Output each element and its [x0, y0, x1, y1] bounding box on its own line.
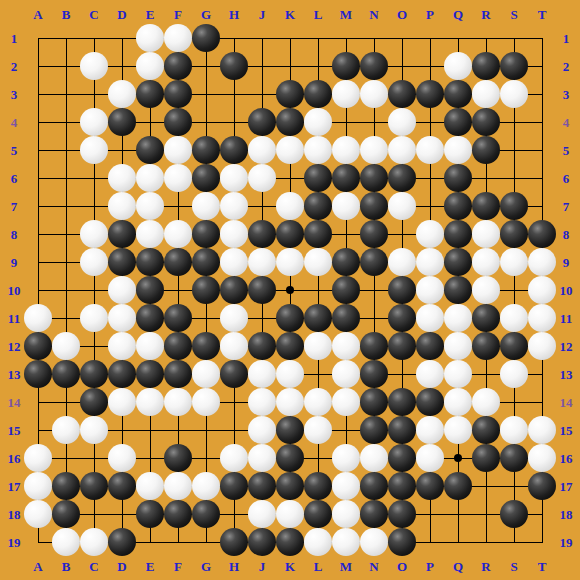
black-stone — [472, 444, 500, 472]
black-stone — [388, 472, 416, 500]
black-stone — [136, 500, 164, 528]
white-stone — [528, 248, 556, 276]
black-stone — [276, 472, 304, 500]
white-stone — [248, 164, 276, 192]
row-label-left: 3 — [11, 88, 18, 101]
black-stone — [164, 108, 192, 136]
col-label-top: A — [33, 8, 42, 21]
row-label-left: 14 — [8, 396, 21, 409]
white-stone — [444, 136, 472, 164]
black-stone — [360, 416, 388, 444]
black-stone — [444, 192, 472, 220]
white-stone — [304, 108, 332, 136]
white-stone — [248, 248, 276, 276]
black-stone — [444, 80, 472, 108]
white-stone — [164, 220, 192, 248]
white-stone — [332, 528, 360, 556]
black-stone — [388, 332, 416, 360]
white-stone — [248, 500, 276, 528]
col-label-top: N — [369, 8, 378, 21]
col-label-top: Q — [453, 8, 463, 21]
col-label-bottom: T — [538, 560, 547, 573]
black-stone — [248, 276, 276, 304]
white-stone — [332, 192, 360, 220]
black-stone — [444, 164, 472, 192]
black-stone — [276, 332, 304, 360]
white-stone — [304, 528, 332, 556]
col-label-bottom: P — [426, 560, 434, 573]
black-stone — [416, 80, 444, 108]
black-stone — [388, 388, 416, 416]
white-stone — [276, 248, 304, 276]
col-label-top: K — [285, 8, 295, 21]
white-stone — [444, 332, 472, 360]
black-stone — [528, 220, 556, 248]
white-stone — [108, 164, 136, 192]
col-label-bottom: N — [369, 560, 378, 573]
row-label-left: 9 — [11, 256, 18, 269]
white-stone — [164, 164, 192, 192]
row-label-left: 19 — [8, 536, 21, 549]
white-stone — [24, 500, 52, 528]
black-stone — [192, 248, 220, 276]
white-stone — [360, 136, 388, 164]
black-stone — [108, 360, 136, 388]
col-label-top: T — [538, 8, 547, 21]
white-stone — [444, 304, 472, 332]
row-label-right: 17 — [560, 480, 573, 493]
white-stone — [528, 276, 556, 304]
white-stone — [80, 220, 108, 248]
col-label-top: D — [117, 8, 126, 21]
black-stone — [444, 108, 472, 136]
black-stone — [220, 52, 248, 80]
black-stone — [304, 164, 332, 192]
black-stone — [136, 360, 164, 388]
row-label-left: 5 — [11, 144, 18, 157]
black-stone — [332, 304, 360, 332]
black-stone — [416, 472, 444, 500]
white-stone — [220, 332, 248, 360]
black-stone — [276, 528, 304, 556]
white-stone — [136, 388, 164, 416]
black-stone — [388, 304, 416, 332]
black-stone — [164, 52, 192, 80]
black-stone — [472, 332, 500, 360]
black-stone — [164, 360, 192, 388]
white-stone — [80, 136, 108, 164]
white-stone — [416, 360, 444, 388]
row-label-right: 16 — [560, 452, 573, 465]
black-stone — [472, 192, 500, 220]
white-stone — [136, 52, 164, 80]
white-stone — [108, 444, 136, 472]
black-stone — [164, 304, 192, 332]
white-stone — [332, 388, 360, 416]
white-stone — [220, 220, 248, 248]
black-stone — [192, 500, 220, 528]
row-label-right: 11 — [560, 312, 572, 325]
white-stone — [164, 136, 192, 164]
white-stone — [416, 136, 444, 164]
white-stone — [24, 304, 52, 332]
row-label-right: 6 — [563, 172, 570, 185]
black-stone — [192, 136, 220, 164]
black-stone — [276, 108, 304, 136]
black-stone — [276, 220, 304, 248]
white-stone — [220, 444, 248, 472]
black-stone — [192, 332, 220, 360]
black-stone — [388, 164, 416, 192]
white-stone — [416, 248, 444, 276]
black-stone — [220, 528, 248, 556]
black-stone — [528, 472, 556, 500]
black-stone — [304, 304, 332, 332]
white-stone — [416, 276, 444, 304]
white-stone — [444, 388, 472, 416]
black-stone — [136, 276, 164, 304]
black-stone — [332, 164, 360, 192]
black-stone — [164, 500, 192, 528]
white-stone — [136, 220, 164, 248]
white-stone — [304, 388, 332, 416]
row-label-right: 3 — [563, 88, 570, 101]
black-stone — [108, 220, 136, 248]
black-stone — [248, 220, 276, 248]
white-stone — [500, 248, 528, 276]
black-stone — [360, 500, 388, 528]
black-stone — [360, 388, 388, 416]
black-stone — [416, 332, 444, 360]
black-stone — [164, 332, 192, 360]
white-stone — [164, 24, 192, 52]
black-stone — [500, 192, 528, 220]
black-stone — [52, 472, 80, 500]
white-stone — [220, 192, 248, 220]
white-stone — [108, 304, 136, 332]
row-label-left: 10 — [8, 284, 21, 297]
white-stone — [24, 472, 52, 500]
white-stone — [108, 192, 136, 220]
black-stone — [472, 136, 500, 164]
white-stone — [248, 360, 276, 388]
black-stone — [472, 108, 500, 136]
col-label-bottom: H — [229, 560, 239, 573]
col-label-bottom: L — [314, 560, 323, 573]
white-stone — [472, 248, 500, 276]
col-label-top: M — [340, 8, 352, 21]
white-stone — [248, 136, 276, 164]
col-label-bottom: K — [285, 560, 295, 573]
black-stone — [388, 444, 416, 472]
white-stone — [164, 472, 192, 500]
black-stone — [388, 528, 416, 556]
black-stone — [192, 276, 220, 304]
white-stone — [276, 192, 304, 220]
black-stone — [500, 332, 528, 360]
black-stone — [360, 332, 388, 360]
white-stone — [192, 192, 220, 220]
black-stone — [108, 472, 136, 500]
black-stone — [276, 444, 304, 472]
black-stone — [444, 472, 472, 500]
black-stone — [276, 304, 304, 332]
black-stone — [220, 360, 248, 388]
white-stone — [444, 416, 472, 444]
white-stone — [388, 192, 416, 220]
black-stone — [136, 80, 164, 108]
white-stone — [360, 528, 388, 556]
row-label-left: 7 — [11, 200, 18, 213]
black-stone — [360, 220, 388, 248]
white-stone — [52, 416, 80, 444]
white-stone — [276, 360, 304, 388]
white-stone — [108, 332, 136, 360]
white-stone — [304, 416, 332, 444]
col-label-bottom: A — [33, 560, 42, 573]
white-stone — [500, 80, 528, 108]
col-label-bottom: F — [174, 560, 182, 573]
white-stone — [332, 332, 360, 360]
white-stone — [248, 444, 276, 472]
black-stone — [360, 52, 388, 80]
row-label-left: 17 — [8, 480, 21, 493]
row-label-left: 1 — [11, 32, 18, 45]
row-label-left: 4 — [11, 116, 18, 129]
black-stone — [360, 192, 388, 220]
white-stone — [416, 416, 444, 444]
white-stone — [360, 444, 388, 472]
white-stone — [192, 360, 220, 388]
row-label-right: 14 — [560, 396, 573, 409]
white-stone — [444, 360, 472, 388]
col-label-bottom: G — [201, 560, 211, 573]
black-stone — [304, 472, 332, 500]
white-stone — [276, 136, 304, 164]
white-stone — [360, 80, 388, 108]
col-label-bottom: O — [397, 560, 407, 573]
white-stone — [108, 276, 136, 304]
white-stone — [388, 136, 416, 164]
black-stone — [248, 472, 276, 500]
row-label-right: 15 — [560, 424, 573, 437]
row-label-left: 13 — [8, 368, 21, 381]
black-stone — [192, 164, 220, 192]
col-label-top: E — [146, 8, 155, 21]
white-stone — [472, 80, 500, 108]
white-stone — [528, 444, 556, 472]
col-label-top: G — [201, 8, 211, 21]
black-stone — [500, 444, 528, 472]
white-stone — [136, 332, 164, 360]
col-label-top: F — [174, 8, 182, 21]
white-stone — [220, 164, 248, 192]
row-label-right: 1 — [563, 32, 570, 45]
black-stone — [220, 276, 248, 304]
white-stone — [528, 332, 556, 360]
white-stone — [80, 304, 108, 332]
black-stone — [304, 500, 332, 528]
black-stone — [304, 220, 332, 248]
black-stone — [192, 220, 220, 248]
black-stone — [52, 360, 80, 388]
white-stone — [248, 416, 276, 444]
col-label-bottom: M — [340, 560, 352, 573]
white-stone — [332, 136, 360, 164]
row-label-right: 9 — [563, 256, 570, 269]
black-stone — [220, 136, 248, 164]
white-stone — [528, 304, 556, 332]
black-stone — [80, 360, 108, 388]
black-stone — [444, 276, 472, 304]
white-stone — [220, 304, 248, 332]
white-stone — [80, 248, 108, 276]
black-stone — [444, 248, 472, 276]
black-stone — [136, 136, 164, 164]
go-board[interactable]: AABBCCDDEEFFGGHHJJKKLLMMNNOOPPQQRRSSTT11… — [0, 0, 580, 580]
col-label-bottom: B — [62, 560, 71, 573]
star-point-marker — [454, 454, 462, 462]
black-stone — [24, 360, 52, 388]
black-stone — [388, 416, 416, 444]
black-stone — [304, 192, 332, 220]
row-label-right: 2 — [563, 60, 570, 73]
row-label-right: 19 — [560, 536, 573, 549]
black-stone — [80, 388, 108, 416]
black-stone — [416, 388, 444, 416]
black-stone — [248, 528, 276, 556]
white-stone — [416, 220, 444, 248]
col-label-bottom: C — [89, 560, 98, 573]
row-label-left: 11 — [8, 312, 20, 325]
black-stone — [24, 332, 52, 360]
white-stone — [136, 472, 164, 500]
white-stone — [500, 304, 528, 332]
row-label-left: 12 — [8, 340, 21, 353]
col-label-top: P — [426, 8, 434, 21]
black-stone — [220, 472, 248, 500]
black-stone — [444, 220, 472, 248]
white-stone — [304, 332, 332, 360]
white-stone — [472, 220, 500, 248]
white-stone — [500, 360, 528, 388]
white-stone — [444, 52, 472, 80]
white-stone — [332, 444, 360, 472]
col-label-top: B — [62, 8, 71, 21]
black-stone — [136, 248, 164, 276]
row-label-left: 15 — [8, 424, 21, 437]
white-stone — [416, 444, 444, 472]
white-stone — [528, 416, 556, 444]
col-label-top: L — [314, 8, 323, 21]
black-stone — [108, 108, 136, 136]
black-stone — [472, 304, 500, 332]
white-stone — [276, 388, 304, 416]
white-stone — [304, 248, 332, 276]
black-stone — [276, 80, 304, 108]
white-stone — [332, 472, 360, 500]
black-stone — [52, 500, 80, 528]
white-stone — [248, 388, 276, 416]
row-label-right: 18 — [560, 508, 573, 521]
black-stone — [332, 52, 360, 80]
black-stone — [304, 80, 332, 108]
black-stone — [360, 360, 388, 388]
white-stone — [24, 444, 52, 472]
star-point-marker — [286, 286, 294, 294]
white-stone — [80, 528, 108, 556]
black-stone — [248, 332, 276, 360]
black-stone — [360, 472, 388, 500]
white-stone — [108, 388, 136, 416]
white-stone — [416, 304, 444, 332]
white-stone — [388, 108, 416, 136]
black-stone — [164, 248, 192, 276]
white-stone — [388, 248, 416, 276]
row-label-right: 8 — [563, 228, 570, 241]
white-stone — [52, 528, 80, 556]
col-label-top: S — [510, 8, 517, 21]
black-stone — [360, 164, 388, 192]
row-label-right: 10 — [560, 284, 573, 297]
black-stone — [108, 528, 136, 556]
white-stone — [276, 500, 304, 528]
col-label-bottom: D — [117, 560, 126, 573]
col-label-bottom: Q — [453, 560, 463, 573]
black-stone — [500, 500, 528, 528]
white-stone — [52, 332, 80, 360]
white-stone — [220, 248, 248, 276]
white-stone — [332, 500, 360, 528]
white-stone — [80, 108, 108, 136]
white-stone — [304, 136, 332, 164]
black-stone — [472, 416, 500, 444]
col-label-bottom: S — [510, 560, 517, 573]
black-stone — [192, 24, 220, 52]
col-label-top: O — [397, 8, 407, 21]
col-label-bottom: R — [481, 560, 490, 573]
black-stone — [248, 108, 276, 136]
black-stone — [332, 248, 360, 276]
black-stone — [164, 444, 192, 472]
black-stone — [360, 248, 388, 276]
col-label-bottom: J — [259, 560, 266, 573]
white-stone — [80, 416, 108, 444]
black-stone — [388, 500, 416, 528]
row-label-right: 4 — [563, 116, 570, 129]
row-label-right: 13 — [560, 368, 573, 381]
white-stone — [332, 80, 360, 108]
black-stone — [80, 472, 108, 500]
black-stone — [472, 52, 500, 80]
black-stone — [500, 220, 528, 248]
black-stone — [332, 276, 360, 304]
row-label-right: 12 — [560, 340, 573, 353]
white-stone — [164, 388, 192, 416]
white-stone — [136, 164, 164, 192]
black-stone — [388, 276, 416, 304]
col-label-top: R — [481, 8, 490, 21]
col-label-top: J — [259, 8, 266, 21]
white-stone — [136, 24, 164, 52]
col-label-bottom: E — [146, 560, 155, 573]
black-stone — [388, 80, 416, 108]
white-stone — [136, 192, 164, 220]
row-label-left: 2 — [11, 60, 18, 73]
row-label-left: 8 — [11, 228, 18, 241]
black-stone — [164, 80, 192, 108]
row-label-left: 18 — [8, 508, 21, 521]
